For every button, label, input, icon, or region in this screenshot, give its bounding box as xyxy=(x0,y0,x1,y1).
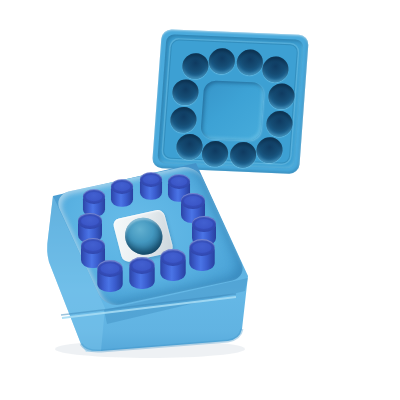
tube-cap-top xyxy=(189,239,214,256)
tube-cap-top xyxy=(111,179,133,194)
cooler-base xyxy=(0,0,400,400)
tube-cap xyxy=(111,179,133,207)
tube-cap-top xyxy=(168,174,190,189)
tube-cap-top xyxy=(78,213,102,229)
tube-cap xyxy=(189,239,214,271)
tube-cap-top xyxy=(97,260,122,277)
tube-cap-top xyxy=(129,257,154,274)
tube-cap-top xyxy=(81,238,105,254)
tube-cap xyxy=(97,260,122,292)
tube-cap-top xyxy=(140,172,162,187)
tube-cap-top xyxy=(160,249,185,266)
center-hole xyxy=(120,214,166,258)
product-photo xyxy=(0,0,400,400)
tube-cap xyxy=(129,257,154,289)
tube-cap-top xyxy=(192,216,216,232)
tube-cap xyxy=(160,249,185,281)
tube-cap xyxy=(140,172,162,200)
tube-cap-top xyxy=(83,189,105,204)
tube-cap-top xyxy=(181,193,205,209)
